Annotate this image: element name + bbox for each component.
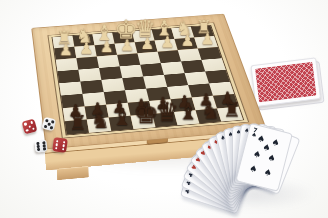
white-pawn: ♟ <box>177 33 197 48</box>
white-pawn: ♟ <box>97 40 117 56</box>
die-pip <box>44 125 47 128</box>
card-suit: ♣ <box>185 179 192 186</box>
die-pip <box>28 125 31 128</box>
chess-box: ♜♞♝♚♛♝♞♜♟♟♟♟♟♟♟♟♟♟♟♟♟♟♟♟♜♞♝♚♛♝♞♜ <box>31 14 267 150</box>
black-knight: ♞ <box>199 101 221 122</box>
box-foot-front-left <box>57 166 89 180</box>
square-g8: ♞ <box>87 118 112 133</box>
square-f4 <box>99 66 122 80</box>
die-pip <box>50 126 53 129</box>
square-b5 <box>185 71 209 85</box>
black-rook: ♜ <box>67 113 89 133</box>
black-bishop: ♝ <box>177 100 199 123</box>
square-f8: ♝ <box>109 116 134 131</box>
die-pip <box>51 120 54 123</box>
square-h2: ♟ <box>54 47 76 60</box>
die-red-2 <box>52 137 68 153</box>
square-g3 <box>76 56 99 69</box>
black-rook: ♜ <box>221 100 243 120</box>
die-pip <box>47 122 50 125</box>
box-foot-rear-right <box>223 37 228 60</box>
card-index: ♣ <box>184 188 190 195</box>
square-g5 <box>80 80 103 94</box>
die-pip <box>62 144 65 147</box>
finger-notch <box>147 138 168 145</box>
black-knight: ♞ <box>89 110 111 131</box>
product-photo-stage: ♜♞♝♚♛♝♞♜♟♟♟♟♟♟♟♟♟♟♟♟♟♟♟♟♜♞♝♚♛♝♞♜ ♣♣♣♥♥♥♦… <box>0 0 328 218</box>
die-pip <box>62 147 65 150</box>
die-pip <box>56 140 59 143</box>
card-suit: ♣ <box>184 188 190 195</box>
square-c5 <box>164 73 188 87</box>
square-g4 <box>78 68 101 82</box>
square-h4 <box>58 70 81 84</box>
white-pawn: ♟ <box>76 41 97 57</box>
die-pip <box>24 123 27 126</box>
fan-floor-shadow <box>188 176 322 212</box>
black-bishop: ♝ <box>111 106 133 129</box>
deck-back-pattern <box>255 62 317 103</box>
die-pip <box>55 147 58 150</box>
die-pip <box>62 141 65 144</box>
die-pip <box>37 148 40 151</box>
chess-board: ♜♞♝♚♛♝♞♜♟♟♟♟♟♟♟♟♟♟♟♟♟♟♟♟♜♞♝♚♛♝♞♜ <box>52 25 245 136</box>
chess-box-lid: ♜♞♝♚♛♝♞♜♟♟♟♟♟♟♟♟♟♟♟♟♟♟♟♟♜♞♝♚♛♝♞♜ <box>31 14 267 150</box>
square-f3 <box>97 55 120 68</box>
square-d5 <box>143 75 167 89</box>
die-pip <box>32 127 35 130</box>
black-king: ♚ <box>133 99 155 128</box>
deck-top-card <box>250 57 321 107</box>
card-index: ♣ <box>185 179 192 186</box>
square-h8: ♜ <box>65 119 89 134</box>
white-pawn: ♟ <box>137 36 157 52</box>
square-c2: ♟ <box>155 39 178 52</box>
die-pip <box>55 143 58 146</box>
square-e8: ♚ <box>131 114 156 129</box>
die-pip <box>45 119 48 122</box>
die-pip <box>30 121 33 124</box>
die-pip <box>43 147 46 150</box>
square-f2: ♟ <box>95 44 118 57</box>
square-b2: ♟ <box>174 38 197 51</box>
square-e3 <box>117 53 140 66</box>
die-pip <box>26 129 29 132</box>
card-pip: ♠ <box>263 167 273 179</box>
square-e2: ♟ <box>115 42 138 55</box>
card-pip: ♠ <box>266 169 276 180</box>
white-pawn: ♟ <box>56 43 77 59</box>
die-red-1 <box>22 119 38 135</box>
square-g2: ♟ <box>74 45 96 58</box>
white-pawn: ♟ <box>117 38 137 54</box>
white-pawn: ♟ <box>197 32 217 47</box>
square-d4 <box>140 63 164 76</box>
die-white-2 <box>34 139 47 152</box>
white-pawn: ♟ <box>157 35 177 51</box>
card-deck <box>250 57 323 111</box>
square-d2: ♟ <box>135 41 158 54</box>
